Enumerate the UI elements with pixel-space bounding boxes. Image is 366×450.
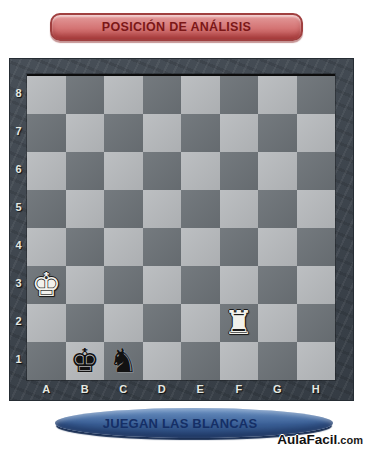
square-a2 xyxy=(27,304,66,342)
square-a8 xyxy=(27,76,66,114)
square-b5 xyxy=(66,190,105,228)
piece-white-rook: ♜ xyxy=(224,306,254,339)
square-b6 xyxy=(66,152,105,190)
square-d3 xyxy=(143,266,182,304)
square-c6 xyxy=(104,152,143,190)
square-a4 xyxy=(27,228,66,266)
square-c8 xyxy=(104,76,143,114)
square-e7 xyxy=(181,114,220,152)
chess-board: 87654321 ♚♜♚♞ ABCDEFGH xyxy=(9,58,354,401)
square-f2: ♜ xyxy=(220,304,259,342)
square-e1 xyxy=(181,342,220,380)
rank-label-5: 5 xyxy=(10,188,27,226)
square-f4 xyxy=(220,228,259,266)
square-f3 xyxy=(220,266,259,304)
square-h6 xyxy=(297,152,336,190)
square-d7 xyxy=(143,114,182,152)
piece-white-king: ♚ xyxy=(31,268,61,301)
square-e3 xyxy=(181,266,220,304)
file-label-h: H xyxy=(297,378,336,400)
square-g4 xyxy=(258,228,297,266)
square-h1 xyxy=(297,342,336,380)
square-d2 xyxy=(143,304,182,342)
to-move-banner-label: JUEGAN LAS BLANCAS xyxy=(103,416,258,431)
square-f7 xyxy=(220,114,259,152)
analysis-banner: POSICIÓN DE ANÁLISIS xyxy=(50,13,303,41)
square-d1 xyxy=(143,342,182,380)
square-a6 xyxy=(27,152,66,190)
square-b1: ♚ xyxy=(66,342,105,380)
brand-name: AulaFacil xyxy=(277,432,337,447)
square-a3: ♚ xyxy=(27,266,66,304)
rank-label-3: 3 xyxy=(10,264,27,302)
square-h4 xyxy=(297,228,336,266)
rank-label-2: 2 xyxy=(10,302,27,340)
brand-logo: AulaFacil.com xyxy=(277,430,363,448)
square-h5 xyxy=(297,190,336,228)
square-b3 xyxy=(66,266,105,304)
rank-label-8: 8 xyxy=(10,74,27,112)
file-label-c: C xyxy=(104,378,143,400)
square-g3 xyxy=(258,266,297,304)
square-c7 xyxy=(104,114,143,152)
file-label-g: G xyxy=(258,378,297,400)
square-d5 xyxy=(143,190,182,228)
square-c3 xyxy=(104,266,143,304)
square-e6 xyxy=(181,152,220,190)
board-grid: ♚♜♚♞ xyxy=(27,74,335,380)
square-g2 xyxy=(258,304,297,342)
square-d4 xyxy=(143,228,182,266)
square-g8 xyxy=(258,76,297,114)
square-g6 xyxy=(258,152,297,190)
square-g5 xyxy=(258,190,297,228)
square-e2 xyxy=(181,304,220,342)
square-a5 xyxy=(27,190,66,228)
square-a1 xyxy=(27,342,66,380)
square-f6 xyxy=(220,152,259,190)
square-d6 xyxy=(143,152,182,190)
file-label-e: E xyxy=(181,378,220,400)
square-f1 xyxy=(220,342,259,380)
analysis-banner-label: POSICIÓN DE ANÁLISIS xyxy=(102,20,251,34)
brand-tld: .com xyxy=(337,434,363,446)
square-e8 xyxy=(181,76,220,114)
file-label-d: D xyxy=(143,378,182,400)
rank-label-1: 1 xyxy=(10,340,27,378)
square-b8 xyxy=(66,76,105,114)
square-e4 xyxy=(181,228,220,266)
square-a7 xyxy=(27,114,66,152)
square-g1 xyxy=(258,342,297,380)
square-d8 xyxy=(143,76,182,114)
square-g7 xyxy=(258,114,297,152)
rank-label-6: 6 xyxy=(10,150,27,188)
square-h2 xyxy=(297,304,336,342)
rank-label-7: 7 xyxy=(10,112,27,150)
square-c5 xyxy=(104,190,143,228)
file-label-f: F xyxy=(220,378,259,400)
file-label-b: B xyxy=(66,378,105,400)
square-h3 xyxy=(297,266,336,304)
file-labels: ABCDEFGH xyxy=(27,378,335,400)
square-h7 xyxy=(297,114,336,152)
rank-label-4: 4 xyxy=(10,226,27,264)
square-c2 xyxy=(104,304,143,342)
piece-black-king: ♚ xyxy=(70,344,100,377)
rank-labels: 87654321 xyxy=(10,74,27,378)
square-c4 xyxy=(104,228,143,266)
square-b7 xyxy=(66,114,105,152)
square-c1: ♞ xyxy=(104,342,143,380)
piece-black-knight: ♞ xyxy=(108,344,138,377)
square-h8 xyxy=(297,76,336,114)
square-f5 xyxy=(220,190,259,228)
square-b2 xyxy=(66,304,105,342)
square-e5 xyxy=(181,190,220,228)
square-f8 xyxy=(220,76,259,114)
file-label-a: A xyxy=(27,378,66,400)
square-b4 xyxy=(66,228,105,266)
